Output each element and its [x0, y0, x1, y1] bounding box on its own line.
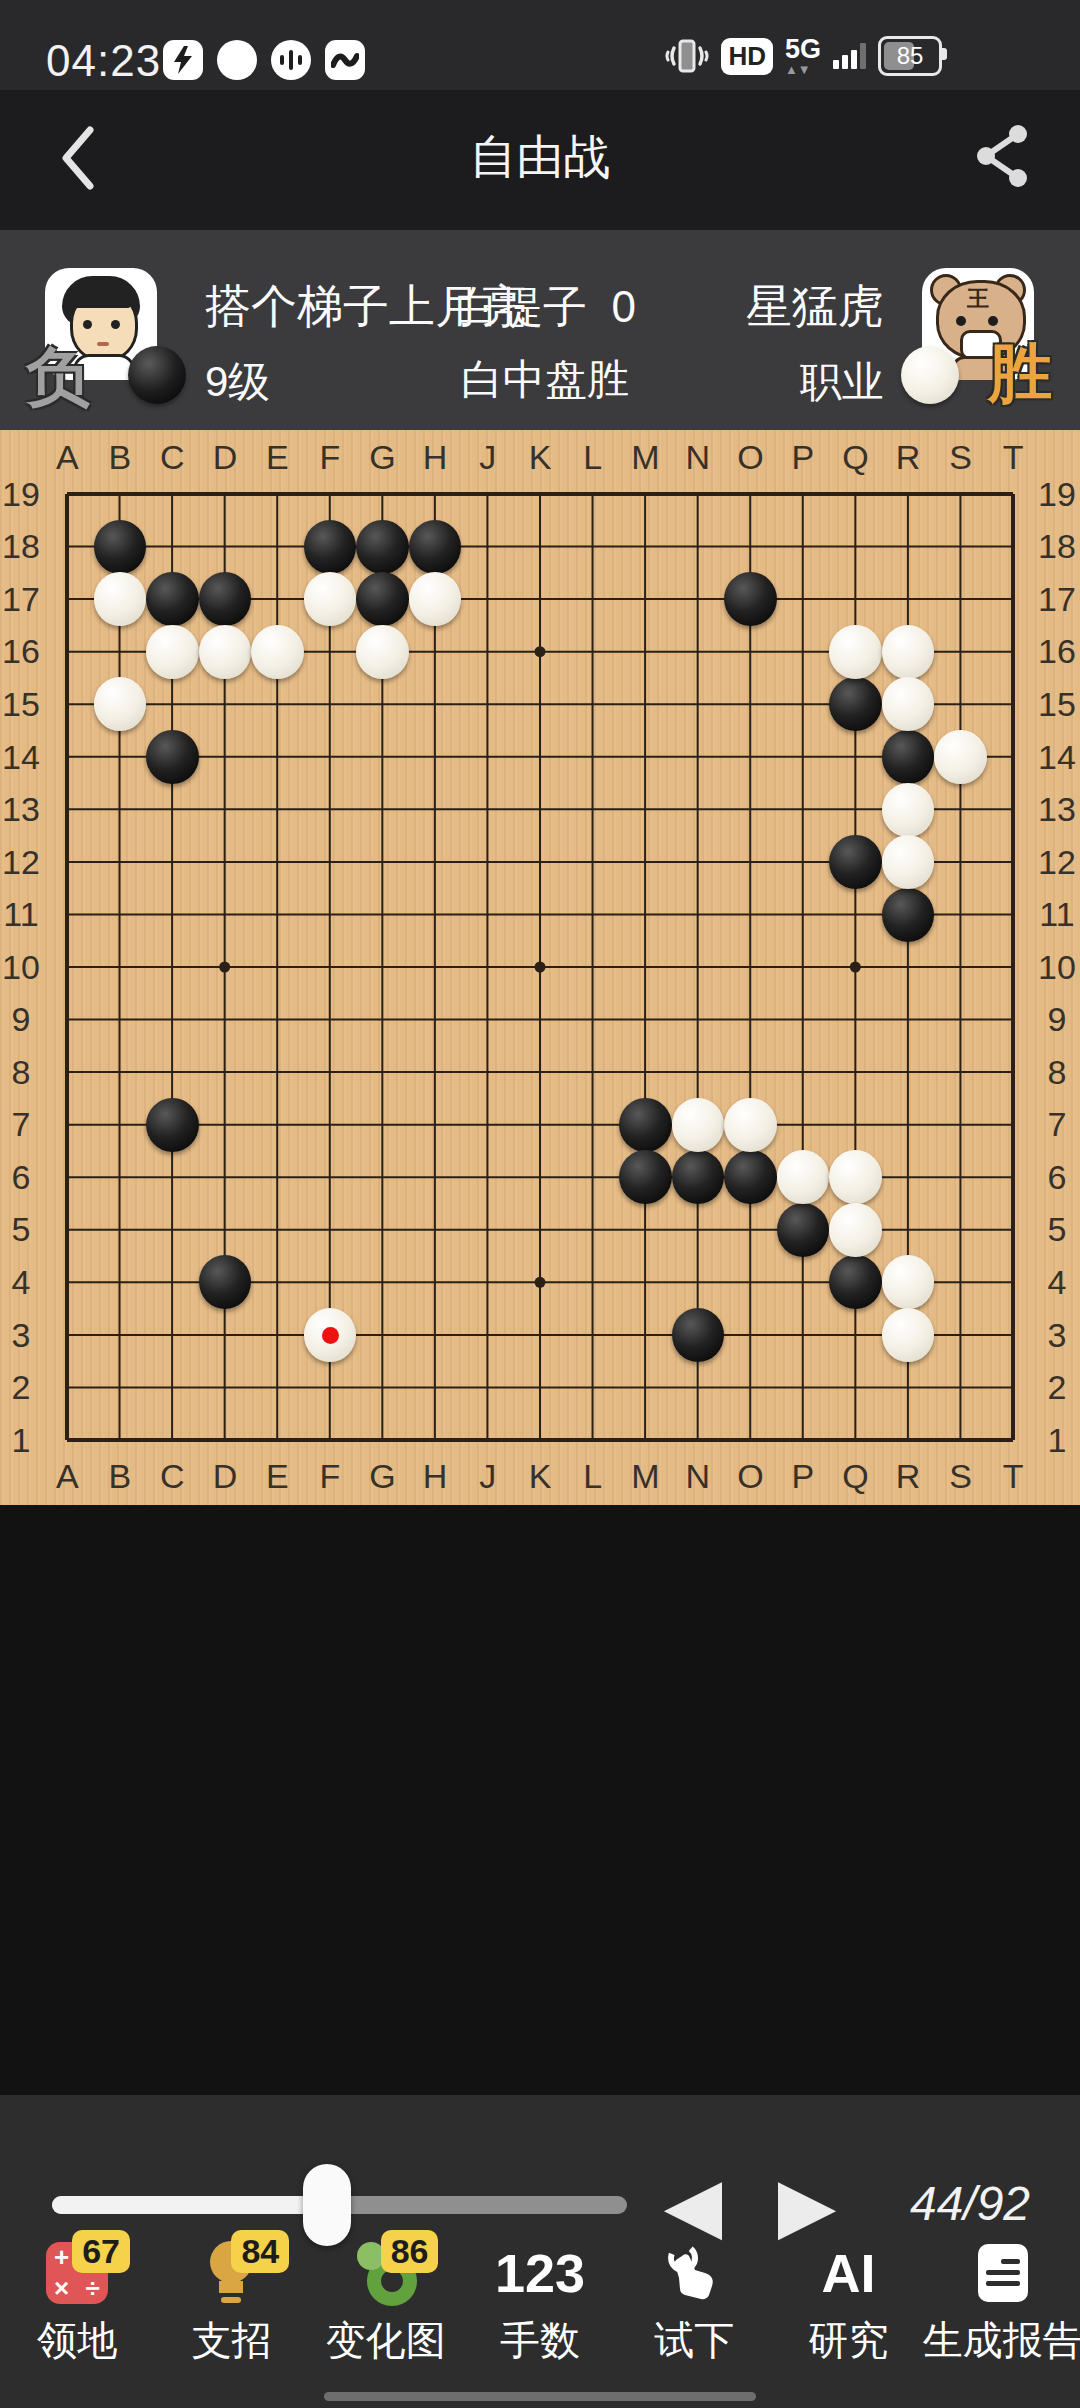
result-badge-black: 负	[26, 334, 90, 421]
toolbar: +−×÷ 67 领地 84 支招 86 变化图 123 手数 试下 AI 研究	[0, 2238, 1080, 2368]
stone-black	[882, 730, 935, 784]
slider-thumb[interactable]	[303, 2164, 351, 2246]
stone-black	[304, 520, 357, 574]
coord-label: 8	[1036, 1046, 1078, 1099]
coord-label: 18	[1036, 521, 1078, 574]
coord-label: 1	[0, 1414, 42, 1467]
hd-badge: HD	[721, 38, 773, 75]
stone-black	[724, 572, 777, 626]
stone-black	[619, 1150, 672, 1204]
coord-label: 6	[1036, 1151, 1078, 1204]
stone-white	[672, 1098, 725, 1152]
tiger-forehead-mark: 王	[922, 284, 1034, 314]
toolbar-item-territory[interactable]: +−×÷ 67 领地	[0, 2238, 154, 2368]
stone-black	[882, 888, 935, 942]
clock: 04:23	[46, 36, 161, 86]
capture-info: 白提子 0	[455, 278, 636, 337]
vibrate-icon	[665, 37, 709, 75]
battery-percent: 85	[881, 42, 939, 70]
stone-white	[356, 625, 409, 679]
stone-white	[829, 1203, 882, 1257]
toolbar-item-report[interactable]: 生成报告	[926, 2238, 1080, 2368]
coord-label: 2	[1036, 1361, 1078, 1414]
stone-white	[882, 677, 935, 731]
stone-white	[199, 625, 252, 679]
black-stone-indicator	[128, 346, 186, 404]
stone-white	[882, 1308, 935, 1362]
coord-label: 14	[1036, 731, 1078, 784]
move-numbers-icon: 123	[495, 2246, 585, 2300]
notification-icons	[163, 40, 365, 80]
go-board: ABCDEFGHJKLMNOPQRST ABCDEFGHJKLMNOPQRST …	[0, 430, 1080, 1505]
coord-label: 10	[1036, 941, 1078, 994]
coord-label: 11	[1036, 888, 1078, 941]
toolbar-item-moves[interactable]: 123 手数	[463, 2238, 617, 2368]
coord-label: 17	[0, 573, 42, 626]
coord-label: 13	[0, 783, 42, 836]
toolbar-item-try[interactable]: 试下	[617, 2238, 771, 2368]
stone-black	[777, 1203, 830, 1257]
stone-white	[777, 1150, 830, 1204]
coord-label: 14	[0, 731, 42, 784]
stone-black	[829, 677, 882, 731]
board-grid[interactable]	[41, 468, 1040, 1467]
coord-label: 8	[0, 1046, 42, 1099]
voice-icon	[271, 40, 311, 80]
last-move-marker	[322, 1327, 339, 1344]
nav-bar: 自由战	[0, 90, 1080, 230]
network-type: 5G ▲▼	[785, 36, 821, 76]
coord-label: 17	[1036, 573, 1078, 626]
coord-label: 12	[0, 836, 42, 889]
coord-label: 15	[0, 678, 42, 731]
battery-icon: 85	[878, 36, 942, 76]
stone-black	[672, 1308, 725, 1362]
coord-label: 7	[0, 1099, 42, 1152]
white-stone-indicator	[901, 346, 959, 404]
move-counter: 44/92	[870, 2176, 1070, 2231]
stone-white	[882, 625, 935, 679]
coord-label: 18	[0, 521, 42, 574]
stone-white	[304, 572, 357, 626]
coord-label: 9	[0, 993, 42, 1046]
coord-label: 2	[0, 1361, 42, 1414]
stone-black	[672, 1150, 725, 1204]
toolbar-item-variation[interactable]: 86 变化图	[309, 2238, 463, 2368]
coord-label: 4	[1036, 1256, 1078, 1309]
stone-white	[882, 835, 935, 889]
coord-label: 10	[0, 941, 42, 994]
stone-white	[409, 572, 462, 626]
ai-icon: AI	[821, 2246, 875, 2300]
result-badge-white: 胜	[988, 330, 1052, 417]
stone-black	[356, 572, 409, 626]
coord-label: 3	[0, 1309, 42, 1362]
coord-label: 3	[1036, 1309, 1078, 1362]
stone-black	[619, 1098, 672, 1152]
coord-label: 1	[1036, 1414, 1078, 1467]
coord-label: 4	[0, 1256, 42, 1309]
stone-white	[251, 625, 304, 679]
coords-right: 19181716151413121110987654321	[1036, 468, 1078, 1466]
stone-black	[829, 1255, 882, 1309]
wave-icon	[325, 40, 365, 80]
stone-white	[94, 677, 147, 731]
stone-black	[146, 572, 199, 626]
stone-white	[724, 1098, 777, 1152]
hint-badge: 84	[231, 2230, 289, 2273]
coord-label: 15	[1036, 678, 1078, 731]
game-result: 白中盘胜	[420, 352, 670, 408]
coord-label: 9	[1036, 993, 1078, 1046]
flash-icon	[163, 40, 203, 80]
player-info-bar: 负 搭个梯子上月亮 9级 白提子 0 白中盘胜 星猛虎 职业 王 胜	[0, 230, 1080, 430]
status-right-cluster: HD 5G ▲▼ 85	[665, 36, 942, 76]
tap-hand-icon	[665, 2242, 723, 2304]
home-indicator[interactable]	[324, 2392, 756, 2401]
coord-label: 5	[1036, 1204, 1078, 1257]
stone-white	[829, 625, 882, 679]
coord-label: 7	[1036, 1099, 1078, 1152]
coord-label: 16	[0, 626, 42, 679]
stone-white	[934, 730, 987, 784]
stone-black	[199, 572, 252, 626]
share-button[interactable]	[972, 120, 1036, 192]
stone-black	[724, 1150, 777, 1204]
stone-white	[146, 625, 199, 679]
stone-black	[94, 520, 147, 574]
variation-badge: 86	[381, 2230, 439, 2273]
stone-white	[882, 1255, 935, 1309]
stone-white	[829, 1150, 882, 1204]
stone-black	[146, 1098, 199, 1152]
coords-left: 19181716151413121110987654321	[0, 468, 42, 1466]
status-bar: 04:23 HD 5G ▲▼	[0, 0, 1080, 90]
coord-label: 13	[1036, 783, 1078, 836]
stone-black	[409, 520, 462, 574]
stone-black	[356, 520, 409, 574]
move-slider-fill	[52, 2196, 336, 2214]
toolbar-item-research[interactable]: AI 研究	[771, 2238, 925, 2368]
coord-label: 12	[1036, 836, 1078, 889]
data-arrows-icon: ▲▼	[785, 63, 811, 76]
territory-badge: 67	[72, 2230, 130, 2273]
coord-label: 6	[0, 1151, 42, 1204]
white-player-name: 星猛虎	[746, 276, 884, 338]
stone-black	[829, 835, 882, 889]
coord-label: 19	[1036, 468, 1078, 521]
white-player-rank: 职业	[800, 354, 884, 410]
black-player-rank: 9级	[205, 354, 270, 410]
stone-white	[882, 783, 935, 837]
stone-black	[146, 730, 199, 784]
coord-label: 5	[0, 1204, 42, 1257]
stone-white	[304, 1308, 357, 1362]
coord-label: 19	[0, 468, 42, 521]
report-icon	[978, 2244, 1028, 2302]
stone-black	[199, 1255, 252, 1309]
signal-bars-icon	[833, 43, 866, 69]
coord-label: 16	[1036, 626, 1078, 679]
stone-white	[94, 572, 147, 626]
coord-label: 11	[0, 888, 42, 941]
page-title: 自由战	[0, 126, 1080, 189]
toolbar-item-hint[interactable]: 84 支招	[154, 2238, 308, 2368]
message-icon	[217, 40, 257, 80]
